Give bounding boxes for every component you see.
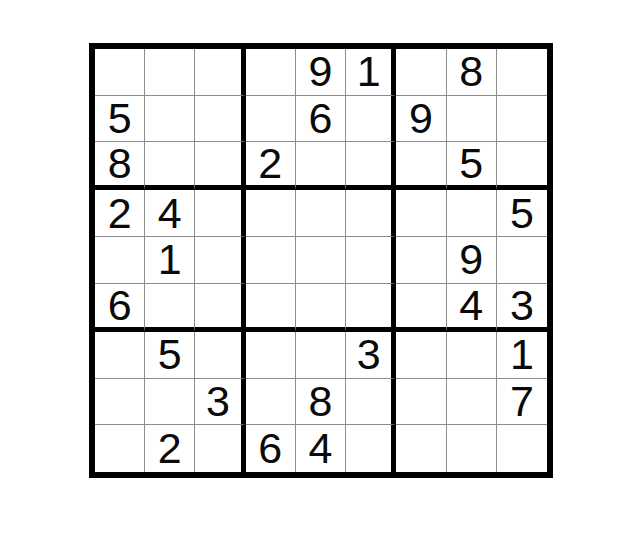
sudoku-cell-empty-r4c3[interactable] [195, 190, 245, 237]
sudoku-cell-empty-r9c6[interactable] [346, 425, 396, 472]
sudoku-cell-given-r9c2: 2 [145, 425, 195, 472]
sudoku-cell-empty-r3c5[interactable] [296, 142, 346, 190]
sudoku-cell-empty-r2c3[interactable] [195, 96, 245, 143]
sudoku-cell-empty-r7c8[interactable] [447, 332, 497, 379]
sudoku-cell-empty-r7c7[interactable] [396, 332, 446, 379]
sudoku-cell-empty-r3c9[interactable] [497, 142, 547, 190]
sudoku-page: 91856982524519643531387264 [0, 0, 640, 540]
sudoku-cell-empty-r4c5[interactable] [296, 190, 346, 237]
sudoku-cell-given-r3c8: 5 [447, 142, 497, 190]
sudoku-cell-empty-r6c7[interactable] [396, 284, 446, 332]
sudoku-cell-empty-r5c7[interactable] [396, 237, 446, 284]
sudoku-cell-empty-r4c8[interactable] [447, 190, 497, 237]
sudoku-cell-empty-r4c7[interactable] [396, 190, 446, 237]
sudoku-cell-empty-r1c9[interactable] [497, 49, 547, 96]
sudoku-cell-given-r9c5: 4 [296, 425, 346, 472]
sudoku-cell-given-r6c8: 4 [447, 284, 497, 332]
sudoku-cell-empty-r1c2[interactable] [145, 49, 195, 96]
sudoku-cell-empty-r2c8[interactable] [447, 96, 497, 143]
sudoku-cell-given-r8c3: 3 [195, 379, 245, 426]
sudoku-cell-given-r8c5: 8 [296, 379, 346, 426]
sudoku-cell-given-r8c9: 7 [497, 379, 547, 426]
sudoku-cell-empty-r8c2[interactable] [145, 379, 195, 426]
sudoku-cell-given-r4c1: 2 [95, 190, 145, 237]
sudoku-cell-empty-r7c4[interactable] [246, 332, 296, 379]
sudoku-cell-empty-r2c9[interactable] [497, 96, 547, 143]
sudoku-cell-empty-r9c7[interactable] [396, 425, 446, 472]
sudoku-cell-given-r7c9: 1 [497, 332, 547, 379]
sudoku-cell-given-r5c2: 1 [145, 237, 195, 284]
sudoku-cell-given-r2c7: 9 [396, 96, 446, 143]
sudoku-cell-empty-r2c4[interactable] [246, 96, 296, 143]
sudoku-cell-empty-r8c6[interactable] [346, 379, 396, 426]
sudoku-cell-given-r3c4: 2 [246, 142, 296, 190]
sudoku-cell-empty-r4c6[interactable] [346, 190, 396, 237]
sudoku-cell-empty-r5c1[interactable] [95, 237, 145, 284]
sudoku-cell-empty-r6c2[interactable] [145, 284, 195, 332]
sudoku-cell-empty-r3c3[interactable] [195, 142, 245, 190]
sudoku-cell-empty-r3c7[interactable] [396, 142, 446, 190]
sudoku-cell-empty-r6c6[interactable] [346, 284, 396, 332]
sudoku-cell-given-r7c2: 5 [145, 332, 195, 379]
sudoku-cell-empty-r3c2[interactable] [145, 142, 195, 190]
sudoku-cell-given-r9c4: 6 [246, 425, 296, 472]
sudoku-cell-empty-r6c4[interactable] [246, 284, 296, 332]
sudoku-cell-empty-r7c3[interactable] [195, 332, 245, 379]
sudoku-cell-empty-r2c6[interactable] [346, 96, 396, 143]
sudoku-cell-empty-r9c3[interactable] [195, 425, 245, 472]
sudoku-cell-given-r1c8: 8 [447, 49, 497, 96]
sudoku-cell-empty-r7c1[interactable] [95, 332, 145, 379]
sudoku-cell-empty-r6c3[interactable] [195, 284, 245, 332]
sudoku-cell-empty-r1c7[interactable] [396, 49, 446, 96]
sudoku-cell-empty-r8c4[interactable] [246, 379, 296, 426]
sudoku-cell-empty-r9c1[interactable] [95, 425, 145, 472]
sudoku-cell-empty-r8c8[interactable] [447, 379, 497, 426]
sudoku-cell-given-r2c5: 6 [296, 96, 346, 143]
sudoku-cell-empty-r9c8[interactable] [447, 425, 497, 472]
sudoku-cell-empty-r5c5[interactable] [296, 237, 346, 284]
sudoku-cell-given-r7c6: 3 [346, 332, 396, 379]
sudoku-cell-empty-r4c4[interactable] [246, 190, 296, 237]
sudoku-cell-empty-r9c9[interactable] [497, 425, 547, 472]
sudoku-cell-empty-r8c7[interactable] [396, 379, 446, 426]
sudoku-cell-given-r4c2: 4 [145, 190, 195, 237]
sudoku-cell-given-r3c1: 8 [95, 142, 145, 190]
sudoku-cell-empty-r1c3[interactable] [195, 49, 245, 96]
sudoku-cell-empty-r5c9[interactable] [497, 237, 547, 284]
sudoku-cell-empty-r1c4[interactable] [246, 49, 296, 96]
sudoku-board: 91856982524519643531387264 [89, 43, 553, 478]
sudoku-cell-empty-r8c1[interactable] [95, 379, 145, 426]
sudoku-cell-given-r6c9: 3 [497, 284, 547, 332]
sudoku-cell-empty-r5c3[interactable] [195, 237, 245, 284]
sudoku-cell-empty-r5c4[interactable] [246, 237, 296, 284]
sudoku-cell-empty-r6c5[interactable] [296, 284, 346, 332]
sudoku-cell-empty-r2c2[interactable] [145, 96, 195, 143]
sudoku-cell-given-r2c1: 5 [95, 96, 145, 143]
sudoku-cell-given-r6c1: 6 [95, 284, 145, 332]
sudoku-cell-given-r4c9: 5 [497, 190, 547, 237]
sudoku-cell-given-r1c6: 1 [346, 49, 396, 96]
sudoku-cell-empty-r3c6[interactable] [346, 142, 396, 190]
sudoku-cell-empty-r1c1[interactable] [95, 49, 145, 96]
sudoku-cell-given-r1c5: 9 [296, 49, 346, 96]
sudoku-cell-empty-r5c6[interactable] [346, 237, 396, 284]
sudoku-cell-empty-r7c5[interactable] [296, 332, 346, 379]
sudoku-cell-given-r5c8: 9 [447, 237, 497, 284]
